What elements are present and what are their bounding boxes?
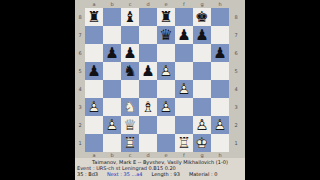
rank-label-1: 1 [230,134,242,152]
square-g5 [193,62,211,80]
square-h8 [211,8,229,26]
rank-label-3: 3 [230,98,242,116]
black-knight: ♞ [121,62,139,80]
white-king: ♚♔ [193,134,211,152]
file-label-a: a [85,1,103,7]
square-e6 [157,44,175,62]
white-queen: ♛♕ [121,116,139,134]
square-f4: ♟♙ [175,80,193,98]
black-pawn: ♟ [211,44,229,62]
square-a1 [85,134,103,152]
black-pawn: ♟ [193,26,211,44]
square-b8 [103,8,121,26]
square-d5: ♟ [139,62,157,80]
left-letterbox [0,0,75,180]
move-status-line: 35 : Bd3 Next : 35 ...a4 Length : 93 Mat… [75,171,245,177]
square-g3 [193,98,211,116]
rank-label-8: 8 [75,8,85,26]
white-pawn: ♟♙ [157,98,175,116]
length-label: Length : 93 [152,171,180,177]
square-g4 [193,80,211,98]
next-move-label: Next : 35 ...a4 [107,171,142,177]
chess-board: ♜♝♜♚♛♟♟♟♟♟♟♞♟♟♙♟♙♟♙♞♘♝♗♟♙♟♙♛♕♟♙♟♙♜♖♜♖♚♔ [85,8,229,152]
square-a3: ♟♙ [85,98,103,116]
square-b7 [103,26,121,44]
white-pawn: ♟♙ [193,116,211,134]
file-label-f: f [175,1,193,7]
rank-label-7: 7 [75,26,85,44]
current-move-label: 35 : Bd3 [77,171,98,177]
game-info-bar: Taimanov, Mark E -- Byvshev, Vasily Mikh… [75,158,245,180]
black-pawn: ♟ [103,44,121,62]
white-rook: ♜♖ [121,134,139,152]
square-b2: ♟♙ [103,116,121,134]
white-pawn: ♟♙ [85,98,103,116]
file-label-e: e [157,1,175,7]
square-h7 [211,26,229,44]
square-g1: ♚♔ [193,134,211,152]
square-c7 [121,26,139,44]
square-a8: ♜ [85,8,103,26]
black-rook: ♜ [157,8,175,26]
square-c3: ♞♘ [121,98,139,116]
rank-label-5: 5 [75,62,85,80]
square-f3 [175,98,193,116]
right-letterbox [245,0,320,180]
rank-label-4: 4 [75,80,85,98]
square-h2: ♟♙ [211,116,229,134]
black-bishop: ♝ [121,8,139,26]
square-d6 [139,44,157,62]
square-f6 [175,44,193,62]
square-a7 [85,26,103,44]
square-e3: ♟♙ [157,98,175,116]
black-pawn: ♟ [139,62,157,80]
chess-viewer: abcdefgh 87654321 ♜♝♜♚♛♟♟♟♟♟♟♞♟♟♙♟♙♟♙♞♘♝… [75,0,245,180]
square-h5 [211,62,229,80]
rank-label-2: 2 [75,116,85,134]
square-d2 [139,116,157,134]
square-f5 [175,62,193,80]
rank-labels-right: 87654321 [230,8,242,152]
square-e2 [157,116,175,134]
file-label-c: c [121,1,139,7]
square-a2 [85,116,103,134]
square-f1: ♜♖ [175,134,193,152]
rank-label-5: 5 [230,62,242,80]
square-d8 [139,8,157,26]
square-f8 [175,8,193,26]
square-b3 [103,98,121,116]
square-c8: ♝ [121,8,139,26]
square-c5: ♞ [121,62,139,80]
black-pawn: ♟ [121,44,139,62]
white-pawn: ♟♙ [211,116,229,134]
black-pawn: ♟ [85,62,103,80]
square-e4 [157,80,175,98]
white-pawn: ♟♙ [175,80,193,98]
rank-label-8: 8 [230,8,242,26]
square-b6: ♟ [103,44,121,62]
square-e1 [157,134,175,152]
white-knight: ♞♘ [121,98,139,116]
square-b1 [103,134,121,152]
square-h1 [211,134,229,152]
rank-labels-left: 87654321 [75,8,85,152]
square-b4 [103,80,121,98]
square-c1: ♜♖ [121,134,139,152]
square-a5: ♟ [85,62,103,80]
square-h6: ♟ [211,44,229,62]
black-queen: ♛ [157,26,175,44]
file-label-g: g [193,1,211,7]
white-bishop: ♝♗ [139,98,157,116]
square-g2: ♟♙ [193,116,211,134]
square-e8: ♜ [157,8,175,26]
square-h4 [211,80,229,98]
square-f7: ♟ [175,26,193,44]
file-label-h: h [211,1,229,7]
square-f2 [175,116,193,134]
rank-label-3: 3 [75,98,85,116]
square-d4 [139,80,157,98]
rank-label-2: 2 [230,116,242,134]
white-pawn: ♟♙ [157,62,175,80]
square-g6 [193,44,211,62]
black-pawn: ♟ [175,26,193,44]
square-a4 [85,80,103,98]
material-label: Material : 0 [189,171,217,177]
square-d7 [139,26,157,44]
square-c2: ♛♕ [121,116,139,134]
square-c4 [121,80,139,98]
white-rook: ♜♖ [175,134,193,152]
square-e5: ♟♙ [157,62,175,80]
square-h3 [211,98,229,116]
square-d1 [139,134,157,152]
square-d3: ♝♗ [139,98,157,116]
file-labels-top: abcdefgh [85,1,229,7]
rank-label-6: 6 [75,44,85,62]
video-frame[interactable]: abcdefgh 87654321 ♜♝♜♚♛♟♟♟♟♟♟♞♟♟♙♟♙♟♙♞♘♝… [0,0,320,180]
rank-label-6: 6 [230,44,242,62]
square-g8: ♚ [193,8,211,26]
square-b5 [103,62,121,80]
file-label-d: d [139,1,157,7]
white-pawn: ♟♙ [103,116,121,134]
rank-label-1: 1 [75,134,85,152]
black-rook: ♜ [85,8,103,26]
file-label-b: b [103,1,121,7]
square-a6 [85,44,103,62]
rank-label-7: 7 [230,26,242,44]
square-g7: ♟ [193,26,211,44]
rank-label-4: 4 [230,80,242,98]
square-c6: ♟ [121,44,139,62]
black-king: ♚ [193,8,211,26]
square-e7: ♛ [157,26,175,44]
